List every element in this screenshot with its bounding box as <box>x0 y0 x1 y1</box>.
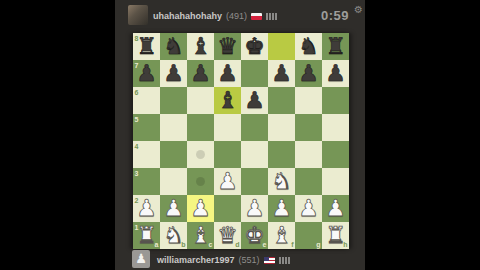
bottom-player-rating: (551) <box>239 255 260 265</box>
top-player-bar: uhahahahohahy (491) 0:59 ⚙ <box>115 0 365 33</box>
chess-board[interactable]: 8♜♞♝♛♚♞♜7♟♟♟♟♟♟♟6♝♟543♟♞2♟♟♟♟♟♟♟1a♜b♞c♝d… <box>133 33 349 249</box>
square-b2[interactable]: ♟ <box>160 195 187 222</box>
square-e6[interactable]: ♟ <box>241 87 268 114</box>
square-f4[interactable] <box>268 141 295 168</box>
black-king-e8[interactable]: ♚ <box>241 33 268 60</box>
square-b1[interactable]: b♞ <box>160 222 187 249</box>
square-f7[interactable]: ♟ <box>268 60 295 87</box>
square-d4[interactable] <box>214 141 241 168</box>
black-rook-h8[interactable]: ♜ <box>322 33 349 60</box>
default-avatar-pawn-icon: ♟ <box>135 250 147 268</box>
square-b4[interactable] <box>160 141 187 168</box>
top-player-rating: (491) <box>226 11 247 21</box>
bottom-player-avatar[interactable]: ♟ <box>132 250 150 268</box>
bottom-player-name[interactable]: williamarcher1997 <box>157 255 235 265</box>
white-knight-f3[interactable]: ♞ <box>268 168 295 195</box>
square-a1[interactable]: 1a♜ <box>133 222 160 249</box>
square-e8[interactable]: ♚ <box>241 33 268 60</box>
top-player-clock: 0:59 <box>321 8 349 23</box>
top-player-avatar[interactable] <box>128 5 148 25</box>
chess-app: uhahahahohahy (491) 0:59 ⚙ 8♜♞♝♛♚♞♜7♟♟♟♟… <box>115 0 365 270</box>
square-h1[interactable]: h♜ <box>322 222 349 249</box>
rank-label-3: 3 <box>135 170 139 177</box>
black-bishop-c8[interactable]: ♝ <box>187 33 214 60</box>
white-king-e1[interactable]: ♚ <box>241 222 268 249</box>
square-g7[interactable]: ♟ <box>295 60 322 87</box>
square-e4[interactable] <box>241 141 268 168</box>
legal-move-hint-dot-c4[interactable] <box>196 150 205 159</box>
square-c8[interactable]: ♝ <box>187 33 214 60</box>
black-pawn-e6[interactable]: ♟ <box>241 87 268 114</box>
square-a6[interactable]: 6 <box>133 87 160 114</box>
square-c4[interactable] <box>187 141 214 168</box>
square-c5[interactable] <box>187 114 214 141</box>
black-pawn-a7[interactable]: ♟ <box>133 60 160 87</box>
poland-flag-icon <box>251 13 262 20</box>
white-pawn-g2[interactable]: ♟ <box>295 195 322 222</box>
square-f6[interactable] <box>268 87 295 114</box>
usa-flag-icon <box>264 257 275 264</box>
square-d1[interactable]: d♛ <box>214 222 241 249</box>
square-c3[interactable] <box>187 168 214 195</box>
black-knight-b8[interactable]: ♞ <box>160 33 187 60</box>
square-c7[interactable]: ♟ <box>187 60 214 87</box>
white-rook-h1[interactable]: ♜ <box>322 222 349 249</box>
rank-label-6: 6 <box>135 89 139 96</box>
square-g2[interactable]: ♟ <box>295 195 322 222</box>
black-pawn-d7[interactable]: ♟ <box>214 60 241 87</box>
square-h6[interactable] <box>322 87 349 114</box>
black-knight-g8[interactable]: ♞ <box>295 33 322 60</box>
square-b7[interactable]: ♟ <box>160 60 187 87</box>
black-pawn-c7[interactable]: ♟ <box>187 60 214 87</box>
square-e1[interactable]: e♚ <box>241 222 268 249</box>
square-e5[interactable] <box>241 114 268 141</box>
square-d3[interactable]: ♟ <box>214 168 241 195</box>
square-d5[interactable] <box>214 114 241 141</box>
gear-icon[interactable]: ⚙ <box>354 5 363 15</box>
white-knight-b1[interactable]: ♞ <box>160 222 187 249</box>
white-pawn-b2[interactable]: ♟ <box>160 195 187 222</box>
white-pawn-f2[interactable]: ♟ <box>268 195 295 222</box>
square-g4[interactable] <box>295 141 322 168</box>
white-pawn-c2[interactable]: ♟ <box>187 195 214 222</box>
square-d8[interactable]: ♛ <box>214 33 241 60</box>
square-c2[interactable]: ♟ <box>187 195 214 222</box>
square-h7[interactable]: ♟ <box>322 60 349 87</box>
square-f3[interactable]: ♞ <box>268 168 295 195</box>
square-a2[interactable]: 2♟ <box>133 195 160 222</box>
rank-label-4: 4 <box>135 143 139 150</box>
square-g1[interactable]: g <box>295 222 322 249</box>
screenshot-stage: uhahahahohahy (491) 0:59 ⚙ 8♜♞♝♛♚♞♜7♟♟♟♟… <box>0 0 480 270</box>
square-f8[interactable] <box>268 33 295 60</box>
black-pawn-b7[interactable]: ♟ <box>160 60 187 87</box>
square-e7[interactable] <box>241 60 268 87</box>
top-player-line: uhahahahohahy (491) <box>153 11 277 21</box>
white-bishop-f1[interactable]: ♝ <box>268 222 295 249</box>
square-b3[interactable] <box>160 168 187 195</box>
square-a3[interactable]: 3 <box>133 168 160 195</box>
signal-bars-icon <box>266 13 277 20</box>
bottom-player-bar: ♟ williamarcher1997 (551) 0:55 <box>115 249 365 270</box>
legal-move-hint-dot-c3[interactable] <box>196 177 205 186</box>
square-g6[interactable] <box>295 87 322 114</box>
square-b5[interactable] <box>160 114 187 141</box>
black-pawn-f7[interactable]: ♟ <box>268 60 295 87</box>
square-d2[interactable] <box>214 195 241 222</box>
bottom-player-line: williamarcher1997 (551) <box>157 255 290 265</box>
signal-bars-icon <box>279 257 290 264</box>
top-player-name[interactable]: uhahahahohahy <box>153 11 222 21</box>
square-d7[interactable]: ♟ <box>214 60 241 87</box>
square-a5[interactable]: 5 <box>133 114 160 141</box>
black-bishop-d6[interactable]: ♝ <box>214 87 241 114</box>
square-h4[interactable] <box>322 141 349 168</box>
square-f2[interactable]: ♟ <box>268 195 295 222</box>
square-a8[interactable]: 8♜ <box>133 33 160 60</box>
square-c6[interactable] <box>187 87 214 114</box>
square-e3[interactable] <box>241 168 268 195</box>
file-label-g: g <box>316 241 320 248</box>
black-queen-d8[interactable]: ♛ <box>214 33 241 60</box>
square-a4[interactable]: 4 <box>133 141 160 168</box>
white-pawn-a2[interactable]: ♟ <box>133 195 160 222</box>
square-f5[interactable] <box>268 114 295 141</box>
white-queen-d1[interactable]: ♛ <box>214 222 241 249</box>
square-d6[interactable]: ♝ <box>214 87 241 114</box>
square-g5[interactable] <box>295 114 322 141</box>
square-f1[interactable]: f♝ <box>268 222 295 249</box>
square-b6[interactable] <box>160 87 187 114</box>
square-h8[interactable]: ♜ <box>322 33 349 60</box>
black-pawn-h7[interactable]: ♟ <box>322 60 349 87</box>
white-pawn-h2[interactable]: ♟ <box>322 195 349 222</box>
black-rook-a8[interactable]: ♜ <box>133 33 160 60</box>
rank-label-5: 5 <box>135 116 139 123</box>
square-g8[interactable]: ♞ <box>295 33 322 60</box>
white-pawn-d3[interactable]: ♟ <box>214 168 241 195</box>
square-g3[interactable] <box>295 168 322 195</box>
square-b8[interactable]: ♞ <box>160 33 187 60</box>
white-pawn-e2[interactable]: ♟ <box>241 195 268 222</box>
black-pawn-g7[interactable]: ♟ <box>295 60 322 87</box>
square-h2[interactable]: ♟ <box>322 195 349 222</box>
square-h3[interactable] <box>322 168 349 195</box>
square-c1[interactable]: c♝ <box>187 222 214 249</box>
white-rook-a1[interactable]: ♜ <box>133 222 160 249</box>
square-a7[interactable]: 7♟ <box>133 60 160 87</box>
square-e2[interactable]: ♟ <box>241 195 268 222</box>
white-bishop-c1[interactable]: ♝ <box>187 222 214 249</box>
square-h5[interactable] <box>322 114 349 141</box>
